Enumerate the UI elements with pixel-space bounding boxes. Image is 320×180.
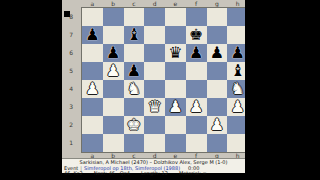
square-f6[interactable]: ♟ — [186, 44, 207, 62]
material-text: Material: = — [179, 171, 207, 175]
square-c4[interactable]: ♞ — [124, 80, 145, 98]
square-c5[interactable]: ♟ — [124, 62, 145, 80]
square-g4[interactable] — [207, 80, 228, 98]
file-labels-top: abcdefgh — [82, 0, 248, 8]
length-text: Length: 12 — [141, 171, 168, 175]
square-a5[interactable] — [82, 62, 103, 80]
file-label-g: g — [207, 0, 228, 8]
square-g8[interactable] — [207, 8, 228, 26]
move-text: 46. Kc2 — [64, 171, 83, 175]
piece-white-pawn-h3[interactable]: ♟ — [230, 99, 244, 115]
square-b7[interactable] — [103, 26, 124, 44]
piece-white-queen-d3[interactable]: ♛ — [147, 99, 161, 115]
square-e1[interactable] — [165, 134, 186, 152]
square-d2[interactable] — [144, 116, 165, 134]
square-c2[interactable]: ♚ — [124, 116, 145, 134]
square-b1[interactable] — [103, 134, 124, 152]
rank-label-2: 2 — [62, 116, 80, 134]
piece-white-pawn-b5[interactable]: ♟ — [106, 63, 120, 79]
piece-black-pawn-g6[interactable]: ♟ — [210, 45, 224, 61]
rank-labels-left: 87654321 — [62, 8, 80, 152]
square-g6[interactable]: ♟ — [207, 44, 228, 62]
square-b6[interactable]: ♟ — [103, 44, 124, 62]
file-label-a: a — [82, 0, 103, 8]
piece-white-knight-h4[interactable]: ♞ — [230, 81, 244, 97]
square-a8[interactable] — [82, 8, 103, 26]
piece-white-knight-c4[interactable]: ♞ — [127, 81, 141, 97]
square-c1[interactable] — [124, 134, 145, 152]
piece-white-king-c2[interactable]: ♚ — [127, 117, 141, 133]
next-move-text: Next: 46...Qe4 — [94, 171, 130, 175]
piece-black-bishop-h5[interactable]: ♝ — [230, 63, 244, 79]
square-d8[interactable] — [144, 8, 165, 26]
square-a1[interactable] — [82, 134, 103, 152]
rank-label-6: 6 — [62, 44, 80, 62]
chess-board: ♟♝♚♟♛♟♟♟♟♟♝♟♞♞♛♟♟♟♚♟ — [82, 8, 248, 152]
piece-white-pawn-e3[interactable]: ♟ — [168, 99, 182, 115]
square-d4[interactable] — [144, 80, 165, 98]
square-d5[interactable] — [144, 62, 165, 80]
square-e4[interactable] — [165, 80, 186, 98]
right-letterbox — [245, 0, 320, 180]
rank-label-8: 8 — [62, 8, 80, 26]
file-label-f: f — [186, 0, 207, 8]
piece-black-pawn-f6[interactable]: ♟ — [189, 45, 203, 61]
square-f5[interactable] — [186, 62, 207, 80]
square-b8[interactable] — [103, 8, 124, 26]
square-a4[interactable]: ♟ — [82, 80, 103, 98]
square-a3[interactable] — [82, 98, 103, 116]
file-label-c: c — [124, 0, 145, 8]
piece-black-pawn-a7[interactable]: ♟ — [85, 27, 99, 43]
square-e5[interactable] — [165, 62, 186, 80]
square-a2[interactable] — [82, 116, 103, 134]
piece-black-pawn-c5[interactable]: ♟ — [127, 63, 141, 79]
square-d3[interactable]: ♛ — [144, 98, 165, 116]
piece-black-king-f7[interactable]: ♚ — [189, 27, 203, 43]
square-f8[interactable] — [186, 8, 207, 26]
square-e8[interactable] — [165, 8, 186, 26]
piece-black-bishop-c7[interactable]: ♝ — [127, 27, 141, 43]
rank-label-1: 1 — [62, 134, 80, 152]
square-f3[interactable]: ♟ — [186, 98, 207, 116]
piece-black-queen-e6[interactable]: ♛ — [168, 45, 182, 61]
rank-label-3: 3 — [62, 98, 80, 116]
square-a6[interactable] — [82, 44, 103, 62]
square-f2[interactable] — [186, 116, 207, 134]
square-f1[interactable] — [186, 134, 207, 152]
piece-black-pawn-h6[interactable]: ♟ — [230, 45, 244, 61]
square-d7[interactable] — [144, 26, 165, 44]
square-g3[interactable] — [207, 98, 228, 116]
square-f7[interactable]: ♚ — [186, 26, 207, 44]
square-a7[interactable]: ♟ — [82, 26, 103, 44]
rank-label-4: 4 — [62, 80, 80, 98]
file-label-e: e — [165, 0, 186, 8]
square-c6[interactable] — [124, 44, 145, 62]
square-c7[interactable]: ♝ — [124, 26, 145, 44]
square-d6[interactable] — [144, 44, 165, 62]
square-g1[interactable] — [207, 134, 228, 152]
piece-white-pawn-g2[interactable]: ♟ — [210, 117, 224, 133]
file-label-b: b — [103, 0, 124, 8]
square-f4[interactable] — [186, 80, 207, 98]
piece-white-pawn-f3[interactable]: ♟ — [189, 99, 203, 115]
square-b3[interactable] — [103, 98, 124, 116]
rank-label-7: 7 — [62, 26, 80, 44]
board-panel: abcdefgh 87654321 ♟♝♚♟♛♟♟♟♟♟♝♟♞♞♛♟♟♟♚♟ a… — [62, 0, 245, 173]
square-e3[interactable]: ♟ — [165, 98, 186, 116]
square-c3[interactable] — [124, 98, 145, 116]
square-e2[interactable] — [165, 116, 186, 134]
square-g5[interactable] — [207, 62, 228, 80]
rank-label-5: 5 — [62, 62, 80, 80]
square-b2[interactable] — [103, 116, 124, 134]
square-e6[interactable]: ♛ — [165, 44, 186, 62]
piece-white-pawn-a4[interactable]: ♟ — [85, 81, 99, 97]
square-g2[interactable]: ♟ — [207, 116, 228, 134]
piece-black-pawn-b6[interactable]: ♟ — [106, 45, 120, 61]
square-d1[interactable] — [144, 134, 165, 152]
square-c8[interactable] — [124, 8, 145, 26]
file-label-d: d — [144, 0, 165, 8]
square-g7[interactable] — [207, 26, 228, 44]
square-b5[interactable]: ♟ — [103, 62, 124, 80]
square-e7[interactable] — [165, 26, 186, 44]
square-b4[interactable] — [103, 80, 124, 98]
status-bar: Sarkisian, A Michael (2470) – Dolzhikov … — [62, 158, 245, 173]
